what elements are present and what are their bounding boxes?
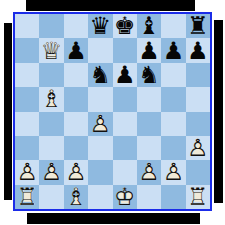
square-e7[interactable]	[113, 38, 137, 62]
square-h6[interactable]	[186, 63, 210, 87]
square-g3[interactable]	[161, 136, 185, 160]
white-king-icon[interactable]: ♚♔	[113, 185, 137, 209]
square-g2[interactable]: ♟♙	[161, 160, 185, 184]
square-d6[interactable]: ♞	[88, 63, 112, 87]
square-e2[interactable]	[113, 160, 137, 184]
white-pawn-icon[interactable]: ♟♙	[161, 160, 185, 184]
square-f4[interactable]	[137, 112, 161, 136]
white-pawn-icon[interactable]: ♟♙	[15, 160, 39, 184]
white-piece-outline: ♖	[15, 185, 39, 209]
square-h4[interactable]	[186, 112, 210, 136]
black-knight-icon[interactable]: ♞	[137, 63, 161, 87]
board-shadow-bottom	[27, 213, 200, 224]
black-pawn-icon[interactable]: ♟	[161, 38, 185, 62]
white-pawn-icon[interactable]: ♟♙	[137, 160, 161, 184]
square-e4[interactable]	[113, 112, 137, 136]
board-shadow-left	[4, 23, 12, 200]
square-a7[interactable]	[15, 38, 39, 62]
square-d5[interactable]	[88, 87, 112, 111]
white-queen-icon[interactable]: ♛♕	[39, 38, 63, 62]
square-f7[interactable]: ♟	[137, 38, 161, 62]
square-d8[interactable]: ♛	[88, 14, 112, 38]
white-pawn-icon[interactable]: ♟♙	[88, 112, 112, 136]
square-g8[interactable]	[161, 14, 185, 38]
square-e1[interactable]: ♚♔	[113, 185, 137, 209]
square-e6[interactable]: ♟	[113, 63, 137, 87]
square-a6[interactable]	[15, 63, 39, 87]
white-rook-icon[interactable]: ♜♖	[15, 185, 39, 209]
square-d1[interactable]	[88, 185, 112, 209]
square-a5[interactable]	[15, 87, 39, 111]
black-pawn-icon[interactable]: ♟	[137, 38, 161, 62]
white-piece-outline: ♙	[64, 160, 88, 184]
white-piece-outline: ♔	[113, 185, 137, 209]
square-a1[interactable]: ♜♖	[15, 185, 39, 209]
white-piece-outline: ♙	[137, 160, 161, 184]
white-piece-outline: ♗	[64, 185, 88, 209]
square-b6[interactable]	[39, 63, 63, 87]
white-piece-outline: ♙	[186, 136, 210, 160]
square-f5[interactable]	[137, 87, 161, 111]
white-piece-outline: ♙	[15, 160, 39, 184]
square-e5[interactable]	[113, 87, 137, 111]
square-h5[interactable]	[186, 87, 210, 111]
square-b2[interactable]: ♟♙	[39, 160, 63, 184]
black-queen-icon[interactable]: ♛	[88, 14, 112, 38]
square-h8[interactable]: ♜	[186, 14, 210, 38]
square-b4[interactable]	[39, 112, 63, 136]
board-shadow-top	[26, 0, 195, 11]
square-h1[interactable]: ♜♖	[186, 185, 210, 209]
white-bishop-icon[interactable]: ♝♗	[39, 87, 63, 111]
square-b5[interactable]: ♝♗	[39, 87, 63, 111]
square-a2[interactable]: ♟♙	[15, 160, 39, 184]
black-pawn-icon[interactable]: ♟	[186, 38, 210, 62]
white-bishop-icon[interactable]: ♝♗	[64, 185, 88, 209]
square-f3[interactable]	[137, 136, 161, 160]
square-e3[interactable]	[113, 136, 137, 160]
square-f2[interactable]: ♟♙	[137, 160, 161, 184]
black-rook-icon[interactable]: ♜	[186, 14, 210, 38]
black-pawn-icon[interactable]: ♟	[64, 38, 88, 62]
white-rook-icon[interactable]: ♜♖	[186, 185, 210, 209]
square-b3[interactable]	[39, 136, 63, 160]
square-g7[interactable]: ♟	[161, 38, 185, 62]
square-b1[interactable]	[39, 185, 63, 209]
white-piece-outline: ♙	[161, 160, 185, 184]
square-f1[interactable]	[137, 185, 161, 209]
page-background: ♛♚♝♜♛♕♟♟♟♟♞♟♞♝♗♟♙♟♙♟♙♟♙♟♙♟♙♟♙♜♖♝♗♚♔♜♖	[0, 0, 225, 225]
board-shadow-right	[214, 20, 223, 203]
square-d3[interactable]	[88, 136, 112, 160]
square-a3[interactable]	[15, 136, 39, 160]
black-bishop-icon[interactable]: ♝	[137, 14, 161, 38]
square-c7[interactable]: ♟	[64, 38, 88, 62]
square-g5[interactable]	[161, 87, 185, 111]
white-pawn-icon[interactable]: ♟♙	[39, 160, 63, 184]
white-piece-outline: ♙	[88, 112, 112, 136]
square-g4[interactable]	[161, 112, 185, 136]
chess-board[interactable]: ♛♚♝♜♛♕♟♟♟♟♞♟♞♝♗♟♙♟♙♟♙♟♙♟♙♟♙♟♙♜♖♝♗♚♔♜♖	[13, 12, 212, 211]
square-h7[interactable]: ♟	[186, 38, 210, 62]
square-c4[interactable]	[64, 112, 88, 136]
white-piece-outline: ♗	[39, 87, 63, 111]
square-d4[interactable]: ♟♙	[88, 112, 112, 136]
square-g6[interactable]	[161, 63, 185, 87]
square-a4[interactable]	[15, 112, 39, 136]
square-c1[interactable]: ♝♗	[64, 185, 88, 209]
square-h3[interactable]: ♟♙	[186, 136, 210, 160]
white-pawn-icon[interactable]: ♟♙	[186, 136, 210, 160]
square-b7[interactable]: ♛♕	[39, 38, 63, 62]
black-knight-icon[interactable]: ♞	[88, 63, 112, 87]
square-c3[interactable]	[64, 136, 88, 160]
square-c6[interactable]	[64, 63, 88, 87]
square-c2[interactable]: ♟♙	[64, 160, 88, 184]
square-b8[interactable]	[39, 14, 63, 38]
square-c8[interactable]	[64, 14, 88, 38]
white-piece-outline: ♕	[39, 38, 63, 62]
square-c5[interactable]	[64, 87, 88, 111]
square-f6[interactable]: ♞	[137, 63, 161, 87]
white-piece-outline: ♙	[39, 160, 63, 184]
square-e8[interactable]: ♚	[113, 14, 137, 38]
square-f8[interactable]: ♝	[137, 14, 161, 38]
black-pawn-icon[interactable]: ♟	[113, 63, 137, 87]
white-pawn-icon[interactable]: ♟♙	[64, 160, 88, 184]
white-piece-outline: ♖	[186, 185, 210, 209]
black-king-icon[interactable]: ♚	[113, 14, 137, 38]
square-d7[interactable]	[88, 38, 112, 62]
square-h2[interactable]	[186, 160, 210, 184]
square-g1[interactable]	[161, 185, 185, 209]
square-d2[interactable]	[88, 160, 112, 184]
square-a8[interactable]	[15, 14, 39, 38]
